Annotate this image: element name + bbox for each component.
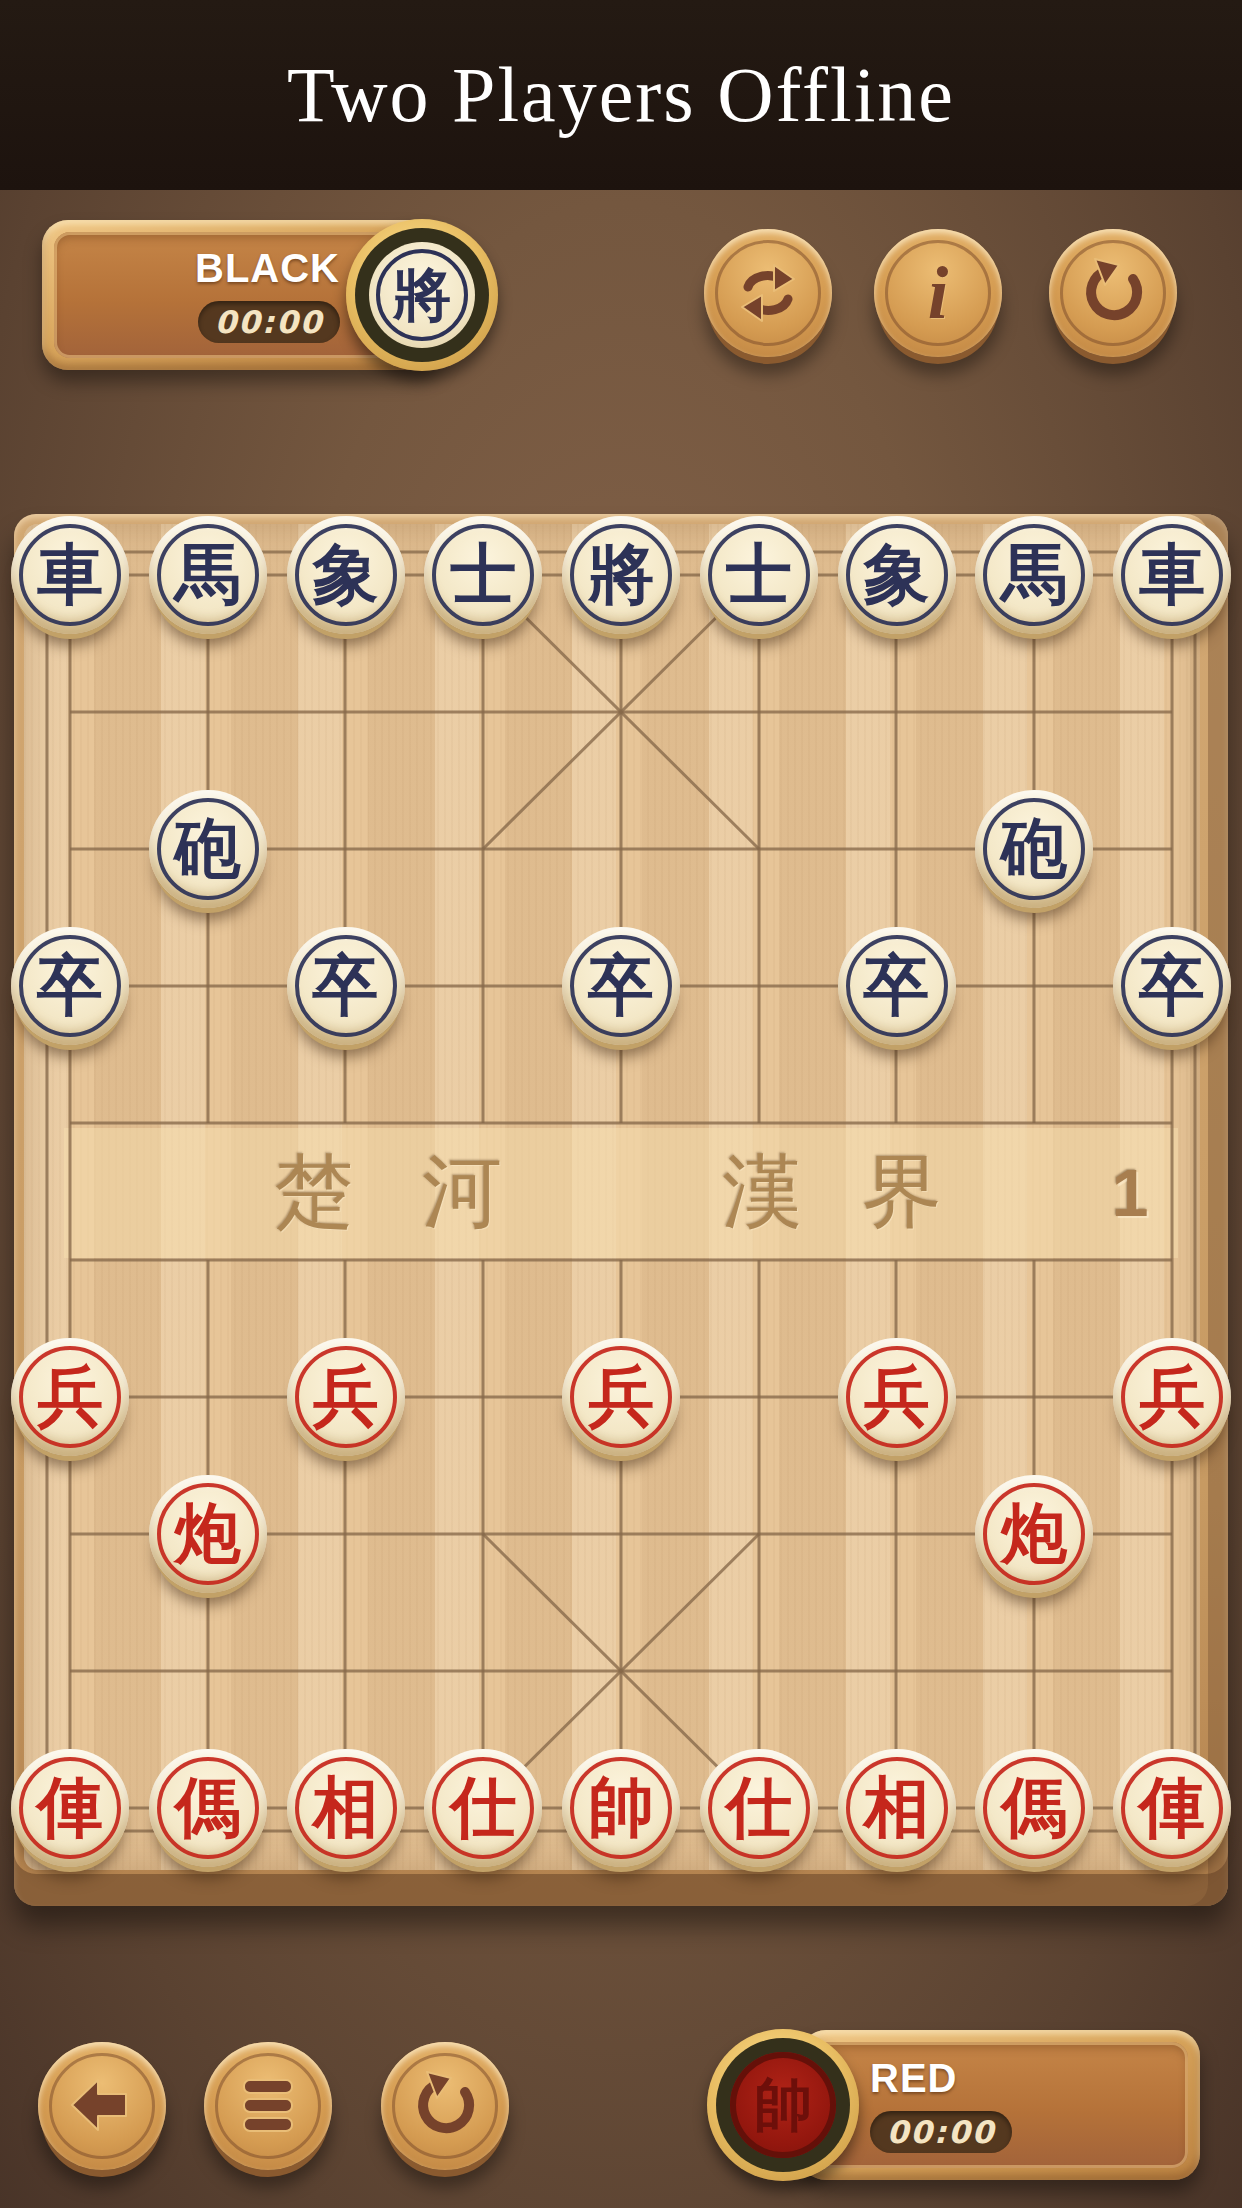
piece-char: 車	[37, 542, 103, 608]
black-clock-value: 00:00	[215, 304, 324, 340]
piece-black-elephant[interactable]: 象	[287, 516, 405, 634]
piece-red-soldier[interactable]: 兵	[562, 1338, 680, 1456]
piece-black-soldier[interactable]: 卒	[562, 927, 680, 1045]
piece-char: 傌	[1001, 1775, 1067, 1841]
piece-black-cannon[interactable]: 砲	[975, 790, 1093, 908]
piece-char: 卒	[313, 953, 379, 1019]
board[interactable]: 楚 河 漢 界 1 車馬象士將士象馬車砲砲卒卒卒卒卒兵兵兵兵兵炮炮俥傌相仕帥仕相…	[14, 514, 1228, 1906]
app-screen: { "game": "xiangqi", "position": { "fen"…	[0, 0, 1242, 2208]
page-title: Two Players Offline	[287, 50, 955, 140]
piece-char: 炮	[1001, 1501, 1067, 1567]
piece-black-chariot[interactable]: 車	[1113, 516, 1231, 634]
river-text-he: 河	[422, 1139, 502, 1247]
piece-black-horse[interactable]: 馬	[149, 516, 267, 634]
piece-red-soldier[interactable]: 兵	[287, 1338, 405, 1456]
piece-black-advisor[interactable]: 士	[700, 516, 818, 634]
piece-char: 卒	[37, 953, 103, 1019]
piece-char: 馬	[175, 542, 241, 608]
piece-red-horse[interactable]: 傌	[975, 1749, 1093, 1867]
menu-icon	[230, 2068, 306, 2144]
info-button[interactable]: i	[874, 229, 1002, 357]
red-general-piece-icon: 帥	[730, 2052, 836, 2158]
piece-red-elephant[interactable]: 相	[838, 1749, 956, 1867]
piece-red-cannon[interactable]: 炮	[975, 1475, 1093, 1593]
piece-black-horse[interactable]: 馬	[975, 516, 1093, 634]
black-badge-char: 將	[393, 266, 451, 324]
piece-char: 士	[726, 542, 792, 608]
piece-black-chariot[interactable]: 車	[11, 516, 129, 634]
piece-char: 兵	[588, 1364, 654, 1430]
piece-red-horse[interactable]: 傌	[149, 1749, 267, 1867]
piece-black-soldier[interactable]: 卒	[1113, 927, 1231, 1045]
black-player-panel: BLACK 00:00 將	[42, 220, 442, 370]
back-arrow-icon	[64, 2068, 140, 2144]
piece-char: 車	[1139, 542, 1205, 608]
red-player-panel: RED 00:00 帥	[800, 2030, 1200, 2180]
red-clock-value: 00:00	[887, 2114, 996, 2150]
piece-red-soldier[interactable]: 兵	[1113, 1338, 1231, 1456]
black-avatar-badge: 將	[346, 219, 498, 371]
board-grid	[14, 514, 1228, 1906]
red-avatar-badge: 帥	[707, 2029, 859, 2181]
piece-red-chariot[interactable]: 俥	[11, 1749, 129, 1867]
piece-char: 馬	[1001, 542, 1067, 608]
piece-char: 炮	[175, 1501, 241, 1567]
piece-black-elephant[interactable]: 象	[838, 516, 956, 634]
piece-char: 砲	[175, 816, 241, 882]
red-player-label: RED	[870, 2056, 1012, 2101]
piece-char: 傌	[175, 1775, 241, 1841]
piece-char: 砲	[1001, 816, 1067, 882]
red-player-info: RED 00:00	[870, 2056, 1012, 2153]
piece-black-general[interactable]: 將	[562, 516, 680, 634]
undo-arrow-icon	[407, 2068, 483, 2144]
undo-arrow-icon	[1075, 255, 1151, 331]
piece-char: 兵	[864, 1364, 930, 1430]
piece-char: 卒	[588, 953, 654, 1019]
red-clock: 00:00	[870, 2111, 1012, 2153]
piece-black-soldier[interactable]: 卒	[838, 927, 956, 1045]
black-badge-ring: 將	[355, 228, 489, 362]
river-text-chu: 楚	[274, 1139, 354, 1247]
piece-char: 帥	[588, 1775, 654, 1841]
piece-red-advisor[interactable]: 仕	[700, 1749, 818, 1867]
piece-char: 卒	[864, 953, 930, 1019]
undo-button-top[interactable]	[1049, 229, 1177, 357]
piece-red-elephant[interactable]: 相	[287, 1749, 405, 1867]
undo-button-bottom[interactable]	[381, 2042, 509, 2170]
piece-red-chariot[interactable]: 俥	[1113, 1749, 1231, 1867]
piece-red-cannon[interactable]: 炮	[149, 1475, 267, 1593]
piece-red-advisor[interactable]: 仕	[424, 1749, 542, 1867]
piece-char: 象	[864, 542, 930, 608]
swap-arrows-icon	[730, 255, 806, 331]
info-icon: i	[928, 256, 949, 330]
river-text-han: 漢	[722, 1139, 802, 1247]
red-badge-ring: 帥	[716, 2038, 850, 2172]
piece-char: 象	[313, 542, 379, 608]
piece-char: 仕	[450, 1775, 516, 1841]
black-player-label: BLACK	[195, 246, 340, 291]
piece-char: 相	[864, 1775, 930, 1841]
menu-button[interactable]	[204, 2042, 332, 2170]
black-player-info: BLACK 00:00	[195, 246, 340, 343]
piece-char: 相	[313, 1775, 379, 1841]
piece-char: 卒	[1139, 953, 1205, 1019]
back-button[interactable]	[38, 2042, 166, 2170]
piece-char: 俥	[1139, 1775, 1205, 1841]
title-bar: Two Players Offline	[0, 0, 1242, 190]
piece-black-soldier[interactable]: 卒	[287, 927, 405, 1045]
piece-char: 仕	[726, 1775, 792, 1841]
red-badge-char: 帥	[754, 2076, 812, 2134]
black-clock: 00:00	[198, 301, 340, 343]
piece-black-advisor[interactable]: 士	[424, 516, 542, 634]
piece-char: 俥	[37, 1775, 103, 1841]
piece-char: 兵	[1139, 1364, 1205, 1430]
piece-red-soldier[interactable]: 兵	[838, 1338, 956, 1456]
flip-board-button[interactable]	[704, 229, 832, 357]
piece-red-general[interactable]: 帥	[562, 1749, 680, 1867]
piece-black-cannon[interactable]: 砲	[149, 790, 267, 908]
black-general-piece-icon: 將	[369, 242, 475, 348]
piece-black-soldier[interactable]: 卒	[11, 927, 129, 1045]
piece-char: 兵	[37, 1364, 103, 1430]
piece-char: 將	[588, 542, 654, 608]
river-file-marker: 1	[1112, 1155, 1149, 1231]
piece-char: 士	[450, 542, 516, 608]
piece-red-soldier[interactable]: 兵	[11, 1338, 129, 1456]
piece-char: 兵	[313, 1364, 379, 1430]
river-text-jie: 界	[862, 1139, 942, 1247]
